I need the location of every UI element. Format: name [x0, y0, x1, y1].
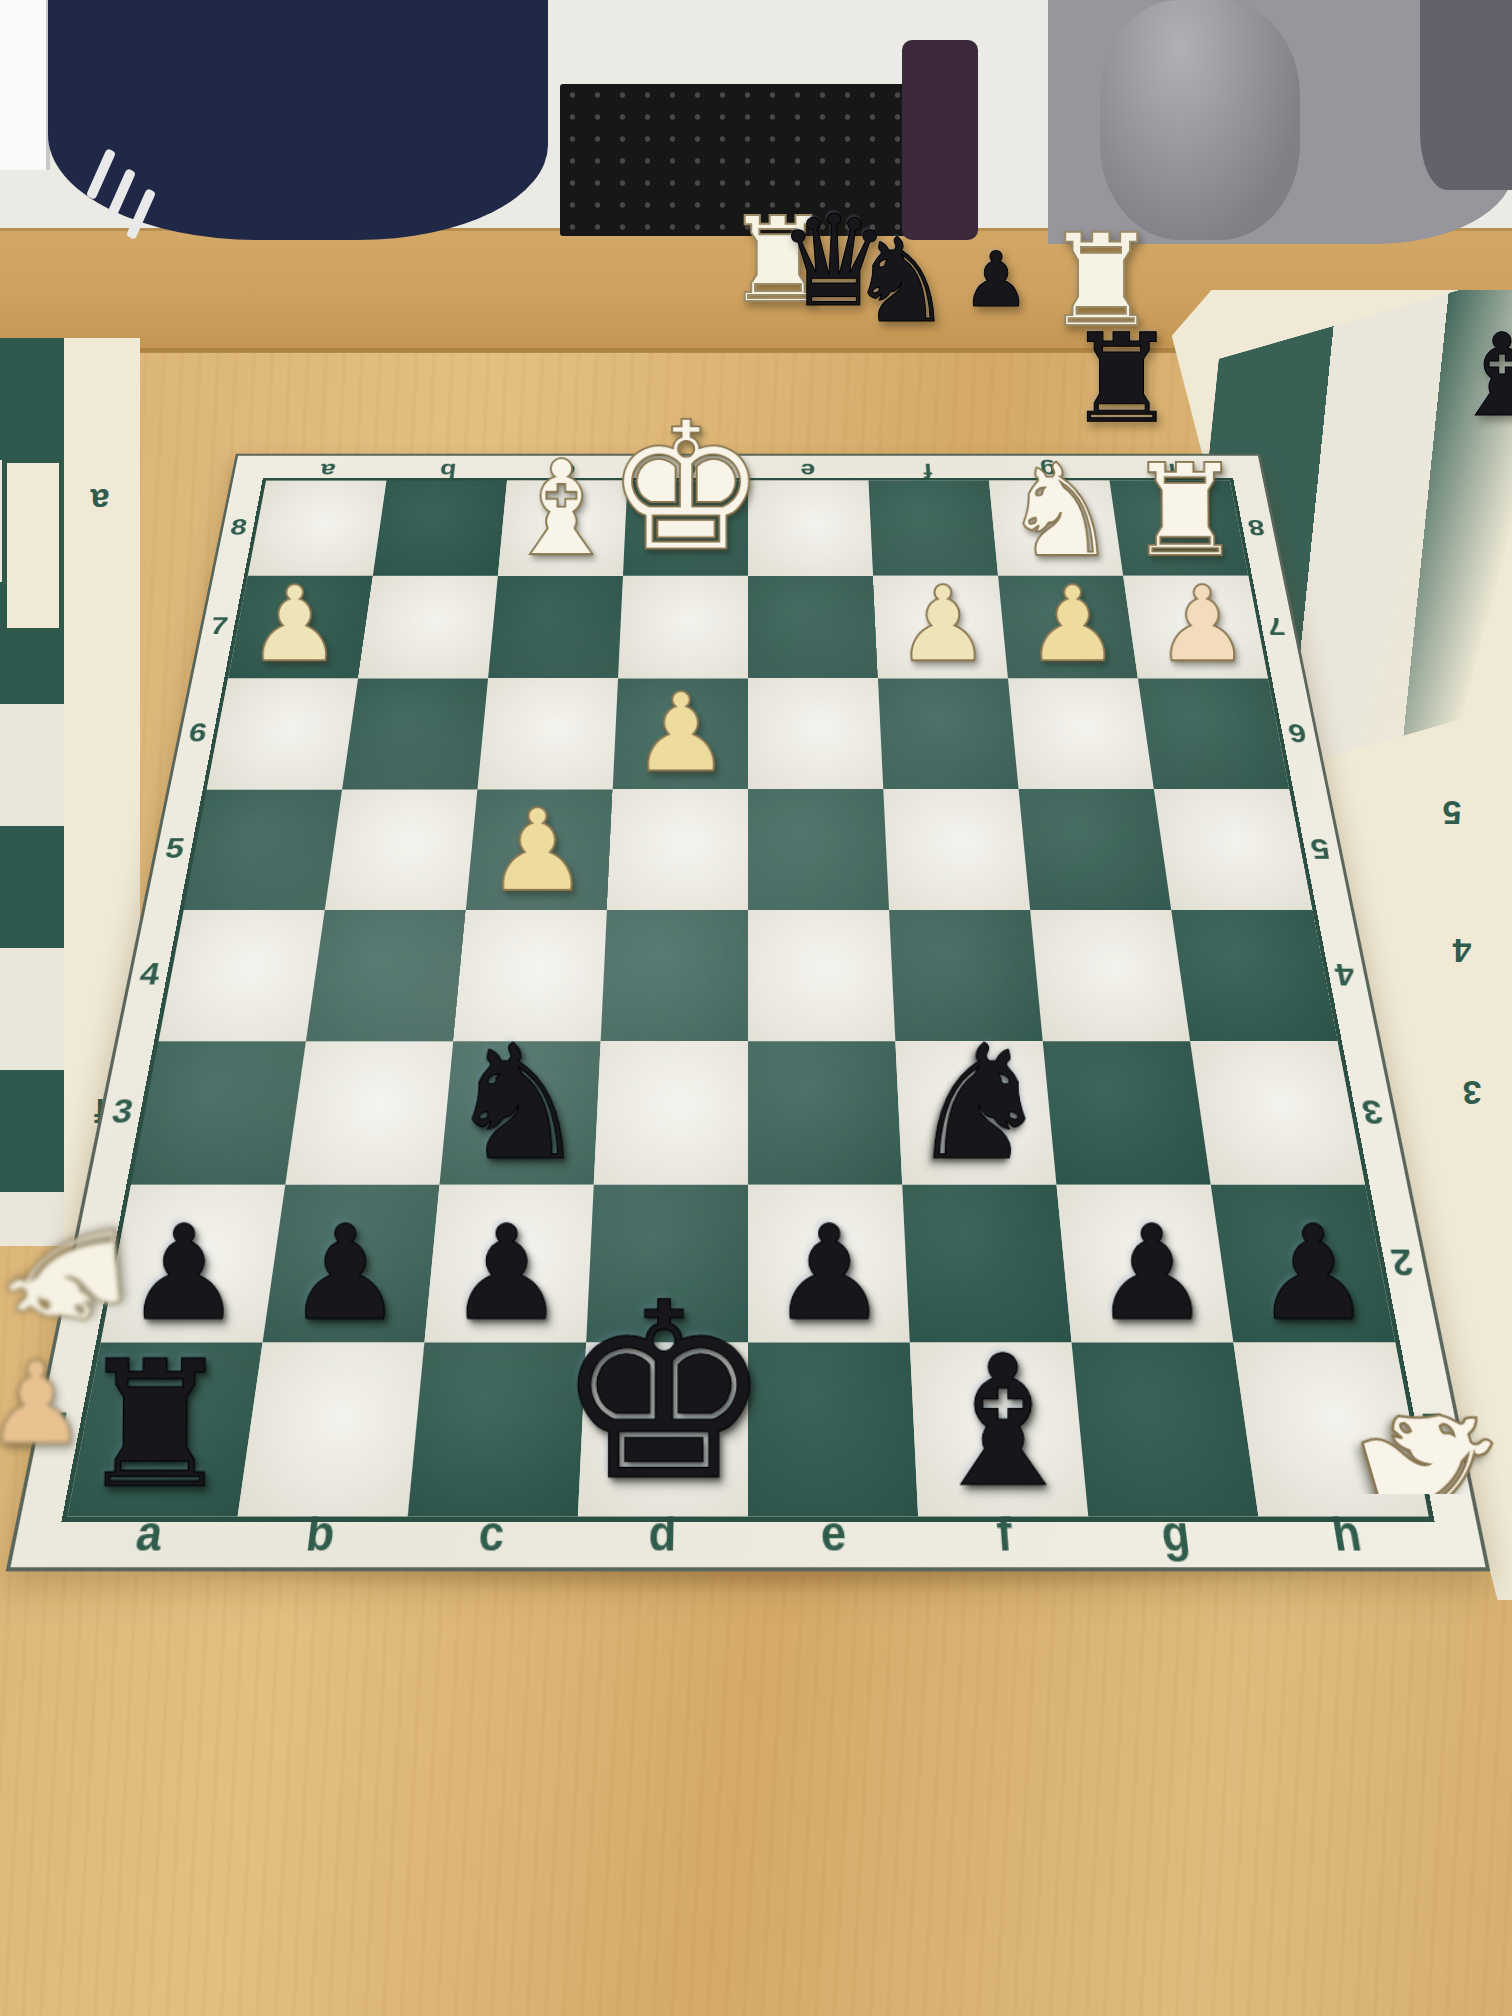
file-label-far-c: c — [507, 452, 629, 482]
square-f8[interactable] — [868, 481, 998, 576]
file-label-far-g: g — [986, 452, 1109, 482]
square-b4[interactable] — [306, 910, 466, 1041]
square-d7[interactable] — [618, 576, 748, 679]
square-a3[interactable] — [131, 1041, 306, 1185]
offboard-black-rook[interactable]: ♜ — [1067, 322, 1176, 438]
square-c7[interactable] — [488, 576, 623, 679]
file-label-far-d: d — [627, 452, 748, 482]
piece-white-knight-h1[interactable]: ♞ — [1327, 1366, 1512, 1564]
classroom-chess-scene: 543af abcdefgh abcdefgh 87654321 8765432… — [0, 0, 1512, 2016]
square-b2[interactable]: ♟ — [263, 1185, 440, 1343]
file-label-far-h: h — [1105, 452, 1230, 482]
square-g1[interactable] — [1072, 1342, 1259, 1516]
adjacent-right-rank-label-3: 3 — [1463, 1073, 1482, 1112]
sleeve-stripe — [106, 168, 136, 220]
square-d3[interactable] — [594, 1041, 748, 1185]
piece-white-pawn-g7[interactable]: ♟ — [1025, 574, 1120, 673]
offboard-white-pawn[interactable]: ♟ — [0, 1350, 87, 1458]
square-c3[interactable]: ♞ — [440, 1041, 601, 1185]
jacket-dark-panel — [1420, 0, 1512, 190]
piece-white-pawn-d6[interactable]: ♟ — [631, 681, 730, 784]
piece-black-pawn-c2[interactable]: ♟ — [447, 1211, 565, 1335]
square-b3[interactable] — [285, 1041, 453, 1185]
square-c5[interactable]: ♟ — [466, 789, 613, 910]
offboard-white-knight-lying[interactable]: ♞ — [0, 1204, 144, 1352]
square-f7[interactable]: ♟ — [873, 576, 1008, 679]
square-a8[interactable] — [248, 481, 387, 576]
square-g8[interactable]: ♞ — [989, 481, 1123, 576]
chess-board: abcdefgh abcdefgh 87654321 87654321 ♝♚♞♜… — [6, 454, 1491, 1572]
square-e5[interactable] — [748, 789, 889, 910]
square-g4[interactable] — [1030, 910, 1190, 1041]
piece-black-rook-a1[interactable]: ♜ — [75, 1342, 234, 1509]
square-a6[interactable] — [207, 678, 358, 789]
piece-white-king-d8[interactable]: ♚ — [605, 403, 767, 572]
square-d5[interactable] — [607, 789, 748, 910]
adjacent-board-corner-square — [2, 458, 64, 633]
square-a1[interactable]: ♜ — [67, 1342, 262, 1516]
square-d8[interactable]: ♚ — [623, 481, 748, 576]
square-h3[interactable] — [1190, 1041, 1365, 1185]
piece-black-pawn-h2[interactable]: ♟ — [1253, 1211, 1372, 1335]
sleeve-stripe — [86, 148, 116, 200]
square-b6[interactable] — [342, 678, 488, 789]
square-h5[interactable] — [1154, 789, 1312, 910]
adjacent-left-file-label-a: a — [91, 481, 110, 520]
square-e7[interactable] — [748, 576, 878, 679]
square-a7[interactable]: ♟ — [228, 576, 373, 679]
board-grid: ♝♚♞♜♟♟♟♟♟♟♞♞♟♟♟♟♟♟♜♚♝♞ — [67, 481, 1428, 1517]
square-h8[interactable]: ♜ — [1109, 481, 1248, 576]
piece-white-pawn-h7[interactable]: ♟ — [1154, 574, 1249, 673]
square-f6[interactable] — [878, 678, 1019, 789]
square-f5[interactable] — [883, 789, 1030, 910]
square-e3[interactable] — [748, 1041, 902, 1185]
square-g6[interactable] — [1008, 678, 1154, 789]
whiteboard-edge — [0, 0, 50, 170]
hoodie-fold — [1100, 0, 1300, 240]
square-h2[interactable]: ♟ — [1211, 1185, 1395, 1343]
player-navy-hoodie — [48, 0, 548, 240]
square-e6[interactable] — [748, 678, 883, 789]
square-d1[interactable]: ♚ — [578, 1342, 748, 1516]
square-b5[interactable] — [325, 789, 478, 910]
piece-black-pawn-b2[interactable]: ♟ — [285, 1211, 403, 1335]
chair — [902, 40, 978, 240]
file-labels-far: abcdefgh — [266, 452, 1230, 482]
square-d4[interactable] — [601, 910, 748, 1041]
square-b1[interactable] — [238, 1342, 425, 1516]
file-label-far-f: f — [867, 452, 989, 482]
square-h1[interactable]: ♞ — [1233, 1342, 1428, 1516]
offboard-black-bishop[interactable]: ♝ — [1451, 322, 1512, 430]
square-a5[interactable] — [184, 789, 342, 910]
adjacent-right-rank-label-4: 4 — [1453, 931, 1472, 970]
piece-black-king-d1[interactable]: ♚ — [553, 1276, 773, 1508]
square-a4[interactable] — [159, 910, 325, 1041]
square-h7[interactable]: ♟ — [1123, 576, 1268, 679]
piece-black-knight-f3[interactable]: ♞ — [907, 1028, 1050, 1179]
piece-black-pawn-g2[interactable]: ♟ — [1092, 1211, 1210, 1335]
square-f3[interactable]: ♞ — [895, 1041, 1056, 1185]
square-c6[interactable] — [477, 678, 618, 789]
square-g3[interactable] — [1043, 1041, 1211, 1185]
piece-black-pawn-e2[interactable]: ♟ — [770, 1211, 888, 1335]
offboard-black-pawn[interactable]: ♟ — [962, 244, 1030, 316]
adjacent-right-rank-label-5: 5 — [1443, 793, 1462, 832]
square-e4[interactable] — [748, 910, 895, 1041]
piece-white-pawn-f7[interactable]: ♟ — [895, 574, 990, 673]
square-h4[interactable] — [1171, 910, 1337, 1041]
file-label-far-a: a — [266, 452, 391, 482]
square-b7[interactable] — [358, 576, 498, 679]
square-g5[interactable] — [1019, 789, 1172, 910]
piece-black-bishop-f1[interactable]: ♝ — [921, 1337, 1084, 1508]
piece-white-pawn-c5[interactable]: ♟ — [485, 797, 588, 905]
file-label-far-e: e — [748, 452, 869, 482]
piece-white-pawn-a7[interactable]: ♟ — [246, 574, 341, 673]
piece-black-knight-c3[interactable]: ♞ — [446, 1028, 589, 1179]
square-d6[interactable]: ♟ — [613, 678, 748, 789]
square-b8[interactable] — [373, 481, 507, 576]
square-g7[interactable]: ♟ — [998, 576, 1138, 679]
square-h6[interactable] — [1138, 678, 1289, 789]
offboard-black-knight[interactable]: ♞ — [849, 226, 953, 336]
file-label-far-b: b — [386, 452, 509, 482]
square-f1[interactable]: ♝ — [910, 1342, 1088, 1516]
